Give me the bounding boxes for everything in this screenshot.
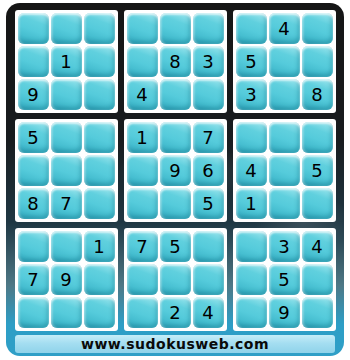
sudoku-box-1: 19 — [15, 10, 118, 113]
given-digit: 9 — [169, 162, 180, 180]
sudoku-box-7: 179 — [15, 228, 118, 331]
given-digit: 4 — [202, 304, 213, 322]
sudoku-box-3: 4538 — [233, 10, 336, 113]
sudoku-cell-r8c1[interactable]: 7 — [18, 264, 49, 295]
given-digit: 7 — [60, 195, 71, 213]
sudoku-cell-r8c5[interactable] — [160, 264, 191, 295]
sudoku-cell-r7c9[interactable]: 4 — [302, 231, 333, 262]
given-digit: 5 — [169, 238, 180, 256]
sudoku-cell-r2c5[interactable]: 8 — [160, 46, 191, 77]
given-digit: 5 — [278, 271, 289, 289]
given-digit: 9 — [60, 271, 71, 289]
sudoku-cell-r3c3[interactable] — [84, 79, 115, 110]
sudoku-cell-r5c4[interactable] — [127, 155, 158, 186]
sudoku-cell-r7c2[interactable] — [51, 231, 82, 262]
sudoku-cell-r7c4[interactable]: 7 — [127, 231, 158, 262]
given-digit: 4 — [136, 86, 147, 104]
given-digit: 8 — [311, 86, 322, 104]
sudoku-cell-r4c5[interactable] — [160, 122, 191, 153]
given-digit: 8 — [27, 195, 38, 213]
sudoku-cell-r2c3[interactable] — [84, 46, 115, 77]
sudoku-cell-r3c5[interactable] — [160, 79, 191, 110]
sudoku-cell-r7c5[interactable]: 5 — [160, 231, 191, 262]
sudoku-cell-r5c8[interactable] — [269, 155, 300, 186]
sudoku-cell-r7c7[interactable] — [236, 231, 267, 262]
sudoku-cell-r1c8[interactable]: 4 — [269, 13, 300, 44]
sudoku-cell-r2c8[interactable] — [269, 46, 300, 77]
sudoku-cell-r3c6[interactable] — [193, 79, 224, 110]
sudoku-box-6: 451 — [233, 119, 336, 222]
sudoku-cell-r2c9[interactable] — [302, 46, 333, 77]
sudoku-cell-r3c2[interactable] — [51, 79, 82, 110]
sudoku-cell-r4c1[interactable]: 5 — [18, 122, 49, 153]
sudoku-cell-r4c2[interactable] — [51, 122, 82, 153]
sudoku-cell-r8c6[interactable] — [193, 264, 224, 295]
sudoku-cell-r2c2[interactable]: 1 — [51, 46, 82, 77]
sudoku-cell-r6c6[interactable]: 5 — [193, 188, 224, 219]
sudoku-cell-r6c7[interactable]: 1 — [236, 188, 267, 219]
sudoku-cell-r5c6[interactable]: 6 — [193, 155, 224, 186]
sudoku-cell-r6c9[interactable] — [302, 188, 333, 219]
given-digit: 1 — [60, 53, 71, 71]
sudoku-cell-r2c4[interactable] — [127, 46, 158, 77]
sudoku-cell-r7c1[interactable] — [18, 231, 49, 262]
sudoku-cell-r1c3[interactable] — [84, 13, 115, 44]
sudoku-cell-r6c8[interactable] — [269, 188, 300, 219]
site-url: www.sudokusweb.com — [81, 336, 269, 352]
sudoku-cell-r6c2[interactable]: 7 — [51, 188, 82, 219]
sudoku-cell-r5c5[interactable]: 9 — [160, 155, 191, 186]
sudoku-cell-r1c1[interactable] — [18, 13, 49, 44]
given-digit: 4 — [245, 162, 256, 180]
given-digit: 7 — [27, 271, 38, 289]
sudoku-cell-r3c4[interactable]: 4 — [127, 79, 158, 110]
sudoku-boxes-grid: 1983445385871796545117975243459 — [15, 10, 336, 331]
sudoku-cell-r9c7[interactable] — [236, 297, 267, 328]
given-digit: 1 — [93, 238, 104, 256]
given-digit: 5 — [27, 129, 38, 147]
sudoku-cell-r5c1[interactable] — [18, 155, 49, 186]
given-digit: 1 — [136, 129, 147, 147]
given-digit: 4 — [278, 20, 289, 38]
given-digit: 5 — [202, 195, 213, 213]
given-digit: 9 — [27, 86, 38, 104]
sudoku-box-9: 3459 — [233, 228, 336, 331]
given-digit: 7 — [136, 238, 147, 256]
sudoku-cell-r5c9[interactable]: 5 — [302, 155, 333, 186]
sudoku-cell-r4c8[interactable] — [269, 122, 300, 153]
sudoku-cell-r9c8[interactable]: 9 — [269, 297, 300, 328]
sudoku-cell-r1c4[interactable] — [127, 13, 158, 44]
sudoku-cell-r5c3[interactable] — [84, 155, 115, 186]
sudoku-cell-r6c1[interactable]: 8 — [18, 188, 49, 219]
sudoku-cell-r7c6[interactable] — [193, 231, 224, 262]
sudoku-cell-r4c6[interactable]: 7 — [193, 122, 224, 153]
sudoku-cell-r6c3[interactable] — [84, 188, 115, 219]
given-digit: 3 — [245, 86, 256, 104]
sudoku-cell-r9c5[interactable]: 2 — [160, 297, 191, 328]
given-digit: 4 — [311, 238, 322, 256]
given-digit: 1 — [245, 195, 256, 213]
sudoku-cell-r8c4[interactable] — [127, 264, 158, 295]
sudoku-cell-r1c9[interactable] — [302, 13, 333, 44]
sudoku-cell-r8c3[interactable] — [84, 264, 115, 295]
sudoku-cell-r1c5[interactable] — [160, 13, 191, 44]
sudoku-cell-r8c9[interactable] — [302, 264, 333, 295]
sudoku-cell-r1c2[interactable] — [51, 13, 82, 44]
sudoku-cell-r2c1[interactable] — [18, 46, 49, 77]
given-digit: 5 — [245, 53, 256, 71]
sudoku-box-8: 7524 — [124, 228, 227, 331]
sudoku-cell-r9c6[interactable]: 4 — [193, 297, 224, 328]
sudoku-cell-r9c1[interactable] — [18, 297, 49, 328]
sudoku-cell-r2c6[interactable]: 3 — [193, 46, 224, 77]
sudoku-cell-r4c9[interactable] — [302, 122, 333, 153]
given-digit: 8 — [169, 53, 180, 71]
given-digit: 3 — [278, 238, 289, 256]
sudoku-cell-r9c4[interactable] — [127, 297, 158, 328]
given-digit: 3 — [202, 53, 213, 71]
sudoku-cell-r2c7[interactable]: 5 — [236, 46, 267, 77]
sudoku-box-4: 587 — [15, 119, 118, 222]
sudoku-cell-r8c8[interactable]: 5 — [269, 264, 300, 295]
sudoku-cell-r5c7[interactable]: 4 — [236, 155, 267, 186]
given-digit: 6 — [202, 162, 213, 180]
sudoku-cell-r8c2[interactable]: 9 — [51, 264, 82, 295]
given-digit: 2 — [169, 304, 180, 322]
sudoku-cell-r3c8[interactable] — [269, 79, 300, 110]
sudoku-cell-r6c5[interactable] — [160, 188, 191, 219]
sudoku-cell-r3c7[interactable]: 3 — [236, 79, 267, 110]
sudoku-box-5: 17965 — [124, 119, 227, 222]
sudoku-cell-r7c8[interactable]: 3 — [269, 231, 300, 262]
sudoku-cell-r9c3[interactable] — [84, 297, 115, 328]
sudoku-cell-r1c6[interactable] — [193, 13, 224, 44]
given-digit: 7 — [202, 129, 213, 147]
sudoku-cell-r3c1[interactable]: 9 — [18, 79, 49, 110]
sudoku-cell-r4c3[interactable] — [84, 122, 115, 153]
sudoku-cell-r3c9[interactable]: 8 — [302, 79, 333, 110]
sudoku-cell-r4c7[interactable] — [236, 122, 267, 153]
given-digit: 5 — [311, 162, 322, 180]
footer-band: www.sudokusweb.com — [15, 335, 335, 353]
sudoku-cell-r5c2[interactable] — [51, 155, 82, 186]
sudoku-cell-r7c3[interactable]: 1 — [84, 231, 115, 262]
sudoku-box-2: 834 — [124, 10, 227, 113]
sudoku-cell-r9c2[interactable] — [51, 297, 82, 328]
sudoku-cell-r1c7[interactable] — [236, 13, 267, 44]
given-digit: 9 — [278, 304, 289, 322]
sudoku-cell-r6c4[interactable] — [127, 188, 158, 219]
sudoku-cell-r4c4[interactable]: 1 — [127, 122, 158, 153]
sudoku-cell-r8c7[interactable] — [236, 264, 267, 295]
sudoku-cell-r9c9[interactable] — [302, 297, 333, 328]
sudoku-board: 1983445385871796545117975243459 www.sudo… — [6, 3, 344, 356]
